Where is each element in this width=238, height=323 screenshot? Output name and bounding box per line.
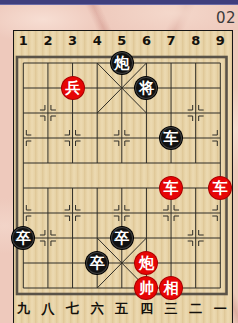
file-label-top-4: 4: [85, 33, 109, 48]
red-chariot[interactable]: 车: [209, 177, 231, 199]
file-label-bottom-6: 四: [134, 301, 158, 316]
file-label-top-9: 9: [208, 33, 232, 48]
file-label-top-5: 5: [110, 33, 134, 48]
red-general[interactable]: 帅: [135, 277, 157, 299]
file-label-bottom-1: 九: [11, 301, 35, 316]
file-label-bottom-8: 二: [184, 301, 208, 316]
red-chariot[interactable]: 车: [160, 177, 182, 199]
red-soldier[interactable]: 兵: [62, 77, 84, 99]
file-label-bottom-2: 八: [36, 301, 60, 316]
file-label-top-7: 7: [159, 33, 183, 48]
black-chariot[interactable]: 车: [160, 127, 182, 149]
file-label-top-3: 3: [61, 33, 85, 48]
file-label-bottom-7: 三: [159, 301, 183, 316]
red-cannon[interactable]: 炮: [135, 252, 157, 274]
black-soldier[interactable]: 卒: [86, 252, 108, 274]
file-label-bottom-5: 五: [110, 301, 134, 316]
black-soldier[interactable]: 卒: [12, 227, 34, 249]
black-soldier[interactable]: 卒: [111, 227, 133, 249]
window-top-bar: [0, 0, 238, 5]
file-label-top-6: 6: [134, 33, 158, 48]
black-general[interactable]: 将: [135, 77, 157, 99]
file-label-top-8: 8: [184, 33, 208, 48]
file-label-bottom-4: 六: [85, 301, 109, 316]
game-window: 02 123456789 九八七六五四三二一 炮兵将车车车卒卒卒炮帅相: [0, 0, 238, 323]
black-cannon[interactable]: 炮: [111, 52, 133, 74]
file-label-top-2: 2: [36, 33, 60, 48]
file-label-bottom-9: 一: [208, 301, 232, 316]
file-label-top-1: 1: [11, 33, 35, 48]
pieces-layer: 炮兵将车车车卒卒卒炮帅相: [11, 51, 233, 301]
puzzle-number-label: 02: [216, 9, 236, 27]
file-label-bottom-3: 七: [61, 301, 85, 316]
red-elephant[interactable]: 相: [160, 277, 182, 299]
